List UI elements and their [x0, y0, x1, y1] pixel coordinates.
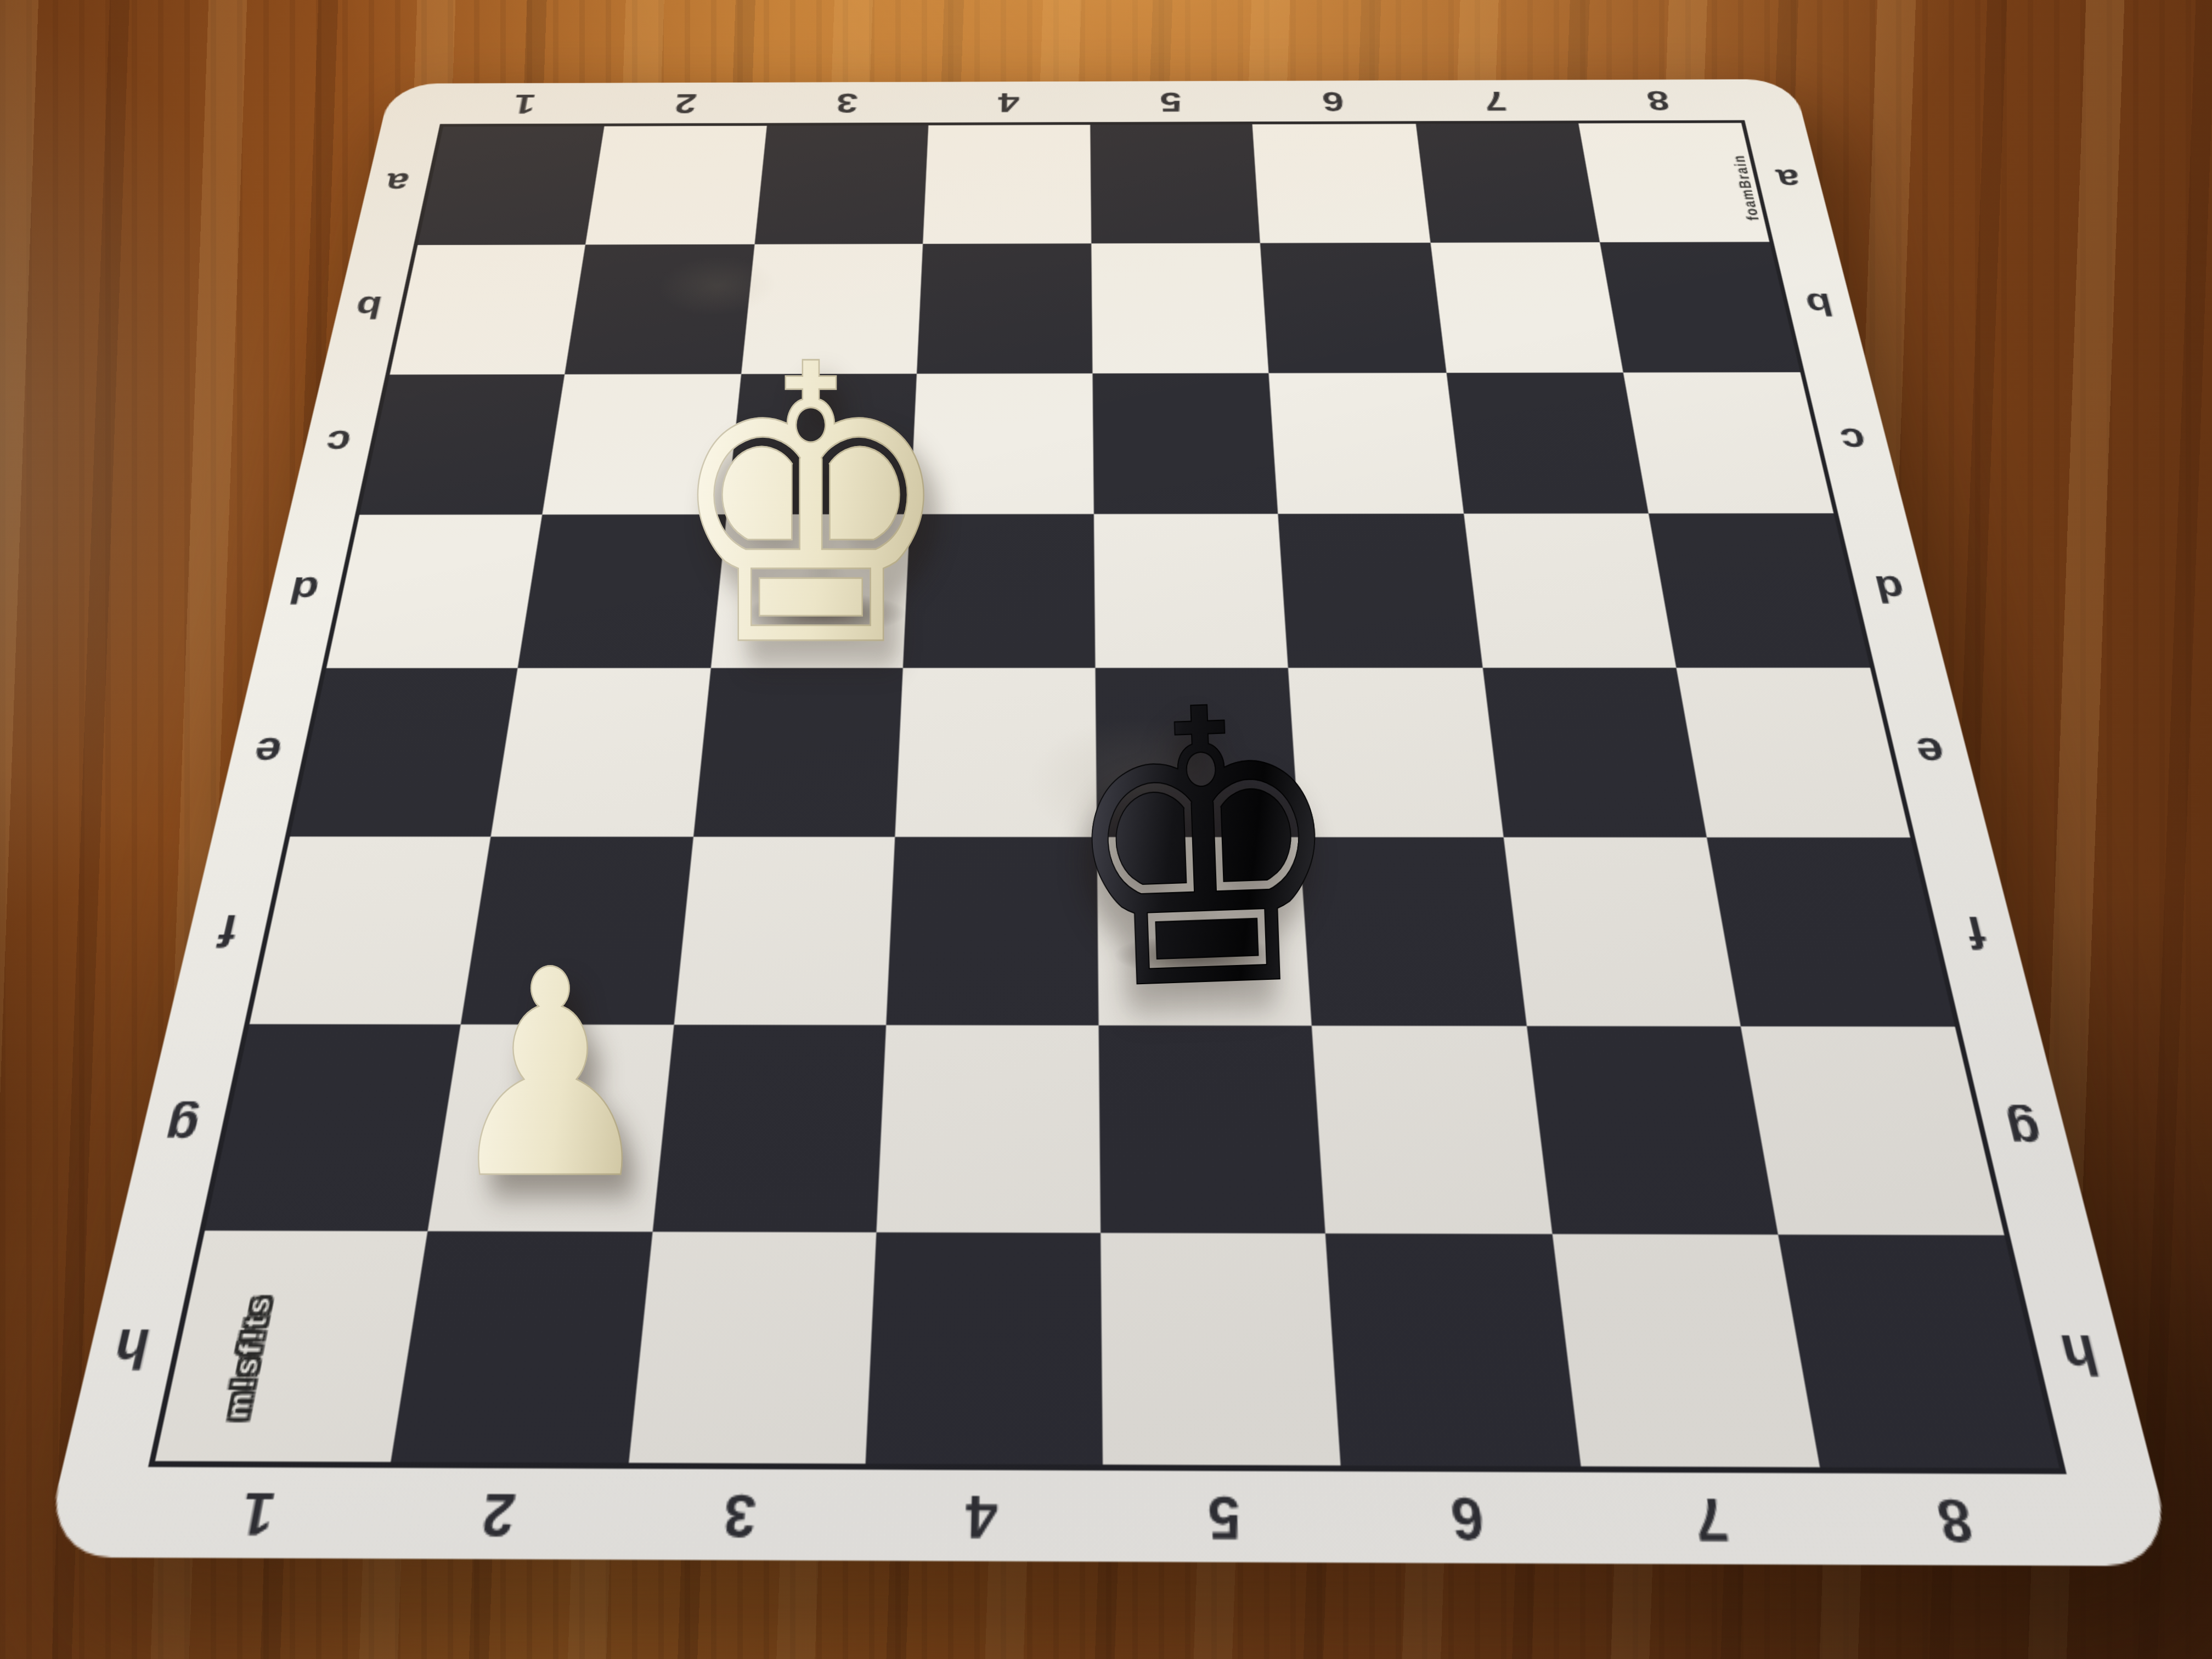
square-c5	[1092, 373, 1278, 513]
square-d6	[1278, 513, 1482, 668]
file-right-label-text-g: g	[2002, 1102, 2049, 1159]
square-g7	[1526, 1025, 1778, 1234]
square-f3	[673, 837, 894, 1024]
square-b6	[1261, 243, 1446, 373]
square-d2	[518, 514, 726, 668]
file-right-label-text-e: e	[1912, 728, 1950, 775]
file-left-label-text-h: h	[108, 1316, 156, 1379]
square-f4	[885, 837, 1098, 1024]
rank-top-label-8: 8	[1573, 80, 1745, 121]
file-right-label-text-c: c	[1837, 420, 1871, 459]
rank-bottom-label-text-6: 6	[1448, 1483, 1487, 1552]
rank-top-label-text-2: 2	[673, 88, 699, 119]
rank-top-label-text-8: 8	[1644, 84, 1672, 115]
square-c4	[910, 373, 1094, 514]
file-right-label-text-d: d	[1871, 567, 1910, 610]
rank-bottom-label-text-7: 7	[1690, 1483, 1733, 1553]
square-e2	[491, 668, 710, 837]
photo-scene: 12345678 12345678 abcdefgh abcdefgh foam…	[0, 0, 2212, 1659]
rank-top-label-text-1: 1	[511, 88, 539, 119]
square-d8	[1648, 513, 1870, 668]
rank-bottom-label-3: 3	[615, 1469, 864, 1561]
square-g1	[205, 1023, 461, 1231]
square-d1	[326, 514, 543, 668]
square-a2	[586, 126, 766, 245]
rank-top-label-2: 2	[602, 82, 769, 123]
square-c6	[1269, 373, 1463, 513]
rank-top-label-1: 1	[440, 83, 608, 124]
rank-bottom-label-6: 6	[1343, 1471, 1595, 1564]
square-g8	[1740, 1025, 2004, 1234]
square-a4	[922, 125, 1091, 244]
rank-bottom-label-5: 5	[1103, 1470, 1349, 1562]
square-f6	[1300, 838, 1526, 1025]
square-g2	[428, 1024, 673, 1232]
square-h4	[865, 1232, 1103, 1464]
square-b7	[1430, 242, 1623, 373]
square-a5	[1090, 125, 1260, 244]
rank-bottom-label-2: 2	[371, 1468, 624, 1560]
square-a6	[1252, 124, 1430, 244]
rank-bottom-label-7: 7	[1584, 1472, 1842, 1565]
square-f2	[461, 837, 693, 1024]
square-g4	[876, 1024, 1101, 1232]
square-b3	[741, 244, 923, 374]
rank-top-label-5: 5	[1090, 81, 1253, 122]
square-h7	[1551, 1234, 1819, 1468]
file-left-label-text-c: c	[322, 422, 355, 461]
square-d3	[710, 514, 910, 668]
square-c3	[726, 373, 916, 514]
square-a7	[1415, 123, 1600, 243]
rank-top-label-text-7: 7	[1482, 85, 1509, 116]
square-f1	[250, 837, 491, 1024]
rank-bottom-label-text-8: 8	[1932, 1485, 1979, 1554]
file-left-label-text-f: f	[213, 904, 241, 955]
rank-top-label-4: 4	[927, 81, 1090, 122]
square-h2	[391, 1231, 652, 1463]
square-b8	[1600, 242, 1801, 372]
square-f7	[1503, 838, 1740, 1026]
file-left-label-text-g: g	[160, 1099, 205, 1155]
square-e7	[1482, 668, 1706, 838]
rank-top-label-text-3: 3	[836, 87, 860, 118]
rank-bottom-label-text-4: 4	[965, 1481, 998, 1550]
file-right-label-text-a: a	[1774, 162, 1804, 195]
square-e5	[1095, 668, 1299, 837]
square-e6	[1289, 668, 1503, 838]
square-b2	[565, 245, 754, 374]
rank-top-label-6: 6	[1251, 81, 1417, 122]
square-b4	[916, 244, 1092, 373]
square-g3	[652, 1024, 885, 1232]
square-h8	[1778, 1234, 2059, 1468]
square-g5	[1099, 1025, 1326, 1233]
file-right-label-text-f: f	[1961, 906, 1990, 957]
file-left-label-text-b: b	[353, 289, 386, 324]
file-left-label-text-e: e	[250, 728, 286, 774]
square-h6	[1326, 1233, 1580, 1466]
square-d7	[1463, 513, 1676, 668]
file-left-label-text-a: a	[383, 166, 413, 199]
square-f8	[1706, 838, 1955, 1026]
square-e3	[692, 668, 902, 838]
square-d4	[902, 513, 1095, 668]
rank-top-label-7: 7	[1412, 80, 1581, 121]
chess-board: 12345678 12345678 abcdefgh abcdefgh foam…	[148, 120, 2067, 1474]
rank-top-label-text-5: 5	[1160, 86, 1183, 117]
file-right-label-text-h: h	[2055, 1322, 2106, 1386]
square-a3	[754, 125, 928, 244]
square-h5	[1101, 1233, 1341, 1466]
square-d5	[1094, 513, 1289, 668]
board-grid	[148, 120, 2067, 1474]
rank-top-label-3: 3	[765, 82, 929, 123]
square-e8	[1676, 668, 1910, 838]
rank-top-label-text-6: 6	[1321, 86, 1346, 116]
square-f5	[1097, 837, 1312, 1025]
file-left-label-text-d: d	[286, 568, 324, 611]
rank-top-label-text-4: 4	[998, 87, 1020, 117]
square-b1	[390, 245, 586, 374]
rank-labels-top: 12345678	[440, 80, 1745, 124]
square-c8	[1623, 371, 1833, 513]
square-c2	[543, 374, 741, 515]
rank-bottom-label-text-1: 1	[236, 1479, 281, 1547]
square-g6	[1312, 1025, 1551, 1233]
square-c7	[1446, 372, 1648, 513]
rank-bottom-label-4: 4	[859, 1470, 1104, 1562]
rank-bottom-label-text-3: 3	[721, 1480, 759, 1549]
square-e1	[290, 668, 518, 837]
rank-bottom-label-text-2: 2	[478, 1479, 520, 1548]
rank-bottom-label-1: 1	[128, 1467, 386, 1559]
square-e4	[895, 668, 1097, 837]
square-h3	[628, 1231, 876, 1464]
rank-labels-bottom: 12345678	[128, 1467, 2089, 1566]
file-right-label-text-b: b	[1803, 286, 1837, 321]
square-c1	[359, 374, 565, 514]
square-a1	[417, 126, 605, 245]
rank-bottom-label-text-5: 5	[1207, 1482, 1242, 1551]
square-b5	[1091, 244, 1269, 373]
brand-logo-bottom-left-text: m!sf!ts	[221, 1294, 279, 1420]
rank-bottom-label-8: 8	[1825, 1473, 2089, 1566]
